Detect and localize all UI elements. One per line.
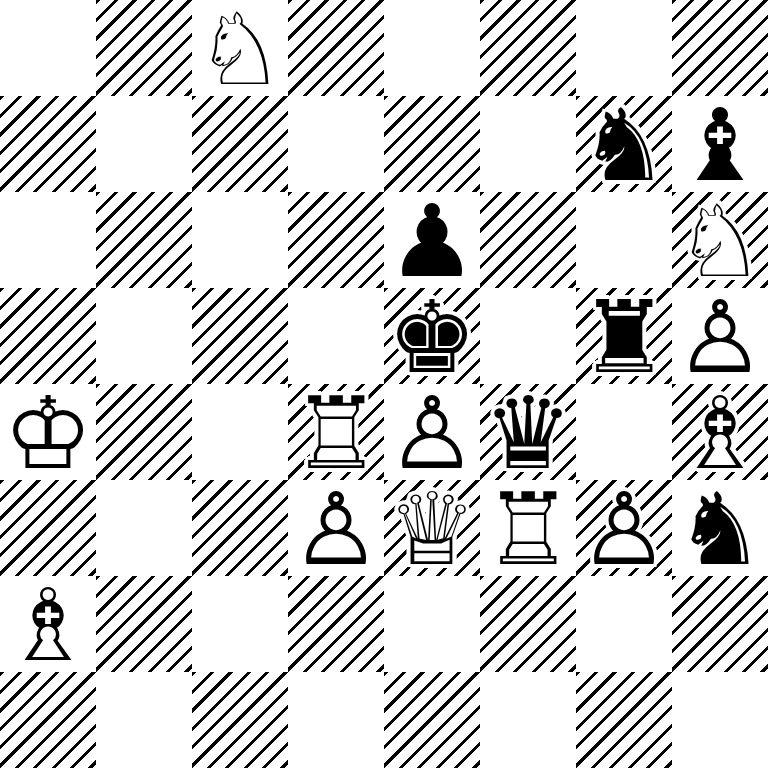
- square-f3[interactable]: ♜♖: [480, 480, 576, 576]
- piece-white-bishop[interactable]: ♝♗: [672, 384, 768, 480]
- square-d3[interactable]: ♟♙: [288, 480, 384, 576]
- piece-glyph: ♙: [384, 384, 480, 480]
- square-d8[interactable]: [288, 0, 384, 96]
- piece-glyph: ♜: [576, 288, 672, 384]
- square-b2[interactable]: [96, 576, 192, 672]
- square-g8[interactable]: [576, 0, 672, 96]
- square-c6[interactable]: [192, 192, 288, 288]
- piece-glyph: ♝: [672, 96, 768, 192]
- square-h8[interactable]: [672, 0, 768, 96]
- square-b3[interactable]: [96, 480, 192, 576]
- square-b7[interactable]: [96, 96, 192, 192]
- piece-white-queen[interactable]: ♛♕: [384, 480, 480, 576]
- piece-glyph: ♔: [0, 384, 96, 480]
- square-g6[interactable]: [576, 192, 672, 288]
- square-b5[interactable]: [96, 288, 192, 384]
- piece-white-rook[interactable]: ♜♖: [288, 384, 384, 480]
- square-a2[interactable]: ♝♗: [0, 576, 96, 672]
- square-f4[interactable]: ♛♛: [480, 384, 576, 480]
- piece-glyph: ♛: [480, 384, 576, 480]
- piece-white-knight[interactable]: ♞♘: [192, 0, 288, 96]
- square-b8[interactable]: [96, 0, 192, 96]
- square-e8[interactable]: [384, 0, 480, 96]
- square-d7[interactable]: [288, 96, 384, 192]
- square-e7[interactable]: [384, 96, 480, 192]
- square-c4[interactable]: [192, 384, 288, 480]
- square-h5[interactable]: ♟♙: [672, 288, 768, 384]
- square-h3[interactable]: ♞♞: [672, 480, 768, 576]
- piece-glyph: ♞: [576, 96, 672, 192]
- square-c8[interactable]: ♞♘: [192, 0, 288, 96]
- square-e6[interactable]: ♟♟: [384, 192, 480, 288]
- square-a5[interactable]: [0, 288, 96, 384]
- piece-glyph: ♙: [672, 288, 768, 384]
- square-e5[interactable]: ♚♚: [384, 288, 480, 384]
- piece-glyph: ♙: [288, 480, 384, 576]
- square-d6[interactable]: [288, 192, 384, 288]
- square-h4[interactable]: ♝♗: [672, 384, 768, 480]
- piece-glyph: ♙: [576, 480, 672, 576]
- piece-black-queen[interactable]: ♛♛: [480, 384, 576, 480]
- piece-white-knight[interactable]: ♞♘: [672, 192, 768, 288]
- piece-white-rook[interactable]: ♜♖: [480, 480, 576, 576]
- square-f8[interactable]: [480, 0, 576, 96]
- square-c7[interactable]: [192, 96, 288, 192]
- piece-glyph: ♗: [672, 384, 768, 480]
- piece-black-knight[interactable]: ♞♞: [672, 480, 768, 576]
- piece-glyph: ♘: [672, 192, 768, 288]
- square-d2[interactable]: [288, 576, 384, 672]
- square-c1[interactable]: [192, 672, 288, 768]
- piece-glyph: ♖: [480, 480, 576, 576]
- piece-glyph: ♚: [384, 288, 480, 384]
- square-c5[interactable]: [192, 288, 288, 384]
- square-f5[interactable]: [480, 288, 576, 384]
- square-h1[interactable]: [672, 672, 768, 768]
- piece-glyph: ♕: [384, 480, 480, 576]
- square-a1[interactable]: [0, 672, 96, 768]
- square-e4[interactable]: ♟♙: [384, 384, 480, 480]
- square-d4[interactable]: ♜♖: [288, 384, 384, 480]
- square-d1[interactable]: [288, 672, 384, 768]
- square-h2[interactable]: [672, 576, 768, 672]
- chess-board: ♞♘♞♞♝♝♟♟♞♘♚♚♜♜♟♙♚♔♜♖♟♙♛♛♝♗♟♙♛♕♜♖♟♙♞♞♝♗: [0, 0, 768, 768]
- square-a4[interactable]: ♚♔: [0, 384, 96, 480]
- piece-glyph: ♘: [192, 0, 288, 96]
- square-a8[interactable]: [0, 0, 96, 96]
- square-f1[interactable]: [480, 672, 576, 768]
- piece-white-pawn[interactable]: ♟♙: [576, 480, 672, 576]
- square-b1[interactable]: [96, 672, 192, 768]
- square-e2[interactable]: [384, 576, 480, 672]
- square-g4[interactable]: [576, 384, 672, 480]
- square-b6[interactable]: [96, 192, 192, 288]
- piece-white-pawn[interactable]: ♟♙: [672, 288, 768, 384]
- square-f6[interactable]: [480, 192, 576, 288]
- piece-black-knight[interactable]: ♞♞: [576, 96, 672, 192]
- piece-white-pawn[interactable]: ♟♙: [288, 480, 384, 576]
- square-f7[interactable]: [480, 96, 576, 192]
- square-g2[interactable]: [576, 576, 672, 672]
- square-e3[interactable]: ♛♕: [384, 480, 480, 576]
- square-h7[interactable]: ♝♝: [672, 96, 768, 192]
- square-h6[interactable]: ♞♘: [672, 192, 768, 288]
- piece-white-king[interactable]: ♚♔: [0, 384, 96, 480]
- piece-glyph: ♖: [288, 384, 384, 480]
- piece-black-bishop[interactable]: ♝♝: [672, 96, 768, 192]
- piece-white-pawn[interactable]: ♟♙: [384, 384, 480, 480]
- square-a7[interactable]: [0, 96, 96, 192]
- square-g3[interactable]: ♟♙: [576, 480, 672, 576]
- piece-black-rook[interactable]: ♜♜: [576, 288, 672, 384]
- square-e1[interactable]: [384, 672, 480, 768]
- square-g7[interactable]: ♞♞: [576, 96, 672, 192]
- square-a3[interactable]: [0, 480, 96, 576]
- piece-glyph: ♗: [0, 576, 96, 672]
- square-c3[interactable]: [192, 480, 288, 576]
- square-d5[interactable]: [288, 288, 384, 384]
- piece-black-king[interactable]: ♚♚: [384, 288, 480, 384]
- piece-white-bishop[interactable]: ♝♗: [0, 576, 96, 672]
- piece-black-pawn[interactable]: ♟♟: [384, 192, 480, 288]
- square-f2[interactable]: [480, 576, 576, 672]
- square-g5[interactable]: ♜♜: [576, 288, 672, 384]
- piece-glyph: ♞: [672, 480, 768, 576]
- square-b4[interactable]: [96, 384, 192, 480]
- square-c2[interactable]: [192, 576, 288, 672]
- piece-glyph: ♟: [384, 192, 480, 288]
- square-a6[interactable]: [0, 192, 96, 288]
- square-g1[interactable]: [576, 672, 672, 768]
